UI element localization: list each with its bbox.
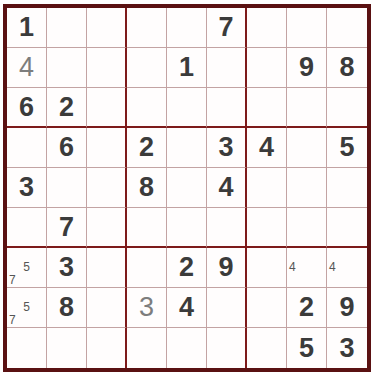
cell-r9c7[interactable] — [247, 328, 287, 368]
cell-r7c5[interactable]: 2 — [167, 248, 207, 288]
cell-r3c5[interactable] — [167, 88, 207, 128]
given-digit: 2 — [299, 294, 314, 321]
cell-r7c3[interactable] — [87, 248, 127, 288]
pencil-mark: 5 — [21, 261, 33, 273]
cell-r1c8[interactable] — [287, 8, 327, 48]
pencil-mark: 7 — [9, 274, 21, 286]
cell-r4c7[interactable]: 4 — [247, 128, 287, 168]
given-digit: 3 — [218, 134, 233, 161]
cell-r9c3[interactable] — [87, 328, 127, 368]
given-digit: 7 — [59, 214, 74, 241]
cell-r3c8[interactable] — [287, 88, 327, 128]
cell-r6c8[interactable] — [287, 208, 327, 248]
pencil-marks: 4 — [289, 249, 324, 286]
given-digit: 7 — [218, 14, 233, 41]
sudoku-board: 174198626234538475732944578342953 — [3, 4, 371, 372]
given-digit: 8 — [339, 54, 354, 81]
given-digit: 9 — [299, 54, 314, 81]
cell-r7c2[interactable]: 3 — [47, 248, 87, 288]
cell-r3c1[interactable]: 6 — [7, 88, 47, 128]
cell-r1c6[interactable]: 7 — [207, 8, 247, 48]
cell-r6c6[interactable] — [207, 208, 247, 248]
pencil-marks: 57 — [9, 249, 44, 286]
cell-r5c4[interactable]: 8 — [127, 168, 167, 208]
cell-r5c2[interactable] — [47, 168, 87, 208]
cell-r4c9[interactable]: 5 — [327, 128, 367, 168]
given-digit: 6 — [59, 134, 74, 161]
given-digit: 1 — [179, 54, 194, 81]
given-digit: 5 — [339, 134, 354, 161]
given-digit: 2 — [179, 254, 194, 281]
cell-r7c6[interactable]: 9 — [207, 248, 247, 288]
given-digit: 4 — [179, 294, 194, 321]
cell-r5c7[interactable] — [247, 168, 287, 208]
given-digit: 4 — [259, 134, 274, 161]
cell-r4c6[interactable]: 3 — [207, 128, 247, 168]
cell-r4c8[interactable] — [287, 128, 327, 168]
cell-r1c1[interactable]: 1 — [7, 8, 47, 48]
cell-r8c5[interactable]: 4 — [167, 288, 207, 328]
cell-r6c2[interactable]: 7 — [47, 208, 87, 248]
cell-r8c4[interactable]: 3 — [127, 288, 167, 328]
given-digit: 3 — [59, 254, 74, 281]
cell-r5c8[interactable] — [287, 168, 327, 208]
cell-r7c7[interactable] — [247, 248, 287, 288]
pencil-mark: 5 — [21, 301, 33, 313]
given-digit: 3 — [339, 335, 354, 362]
cell-r3c6[interactable] — [207, 88, 247, 128]
cell-r5c9[interactable] — [327, 168, 367, 208]
cell-r4c5[interactable] — [167, 128, 207, 168]
given-digit: 6 — [19, 94, 34, 121]
pencil-marks: 4 — [329, 249, 365, 286]
cell-r8c1[interactable]: 57 — [7, 288, 47, 328]
cell-r9c4[interactable] — [127, 328, 167, 368]
cell-r2c5[interactable]: 1 — [167, 48, 207, 88]
cell-r7c4[interactable] — [127, 248, 167, 288]
given-digit: 8 — [139, 174, 154, 201]
user-digit: 3 — [139, 294, 154, 321]
given-digit: 5 — [299, 335, 314, 362]
given-digit: 2 — [59, 94, 74, 121]
given-digit: 9 — [339, 294, 354, 321]
cell-r5c3[interactable] — [87, 168, 127, 208]
cell-r8c2[interactable]: 8 — [47, 288, 87, 328]
cell-r2c2[interactable] — [47, 48, 87, 88]
sudoku-app: 174198626234538475732944578342953 — [0, 0, 378, 376]
cell-r1c4[interactable] — [127, 8, 167, 48]
cell-r9c8[interactable]: 5 — [287, 328, 327, 368]
cell-r2c8[interactable]: 9 — [287, 48, 327, 88]
cell-r2c6[interactable] — [207, 48, 247, 88]
cell-r3c4[interactable] — [127, 88, 167, 128]
user-digit: 4 — [19, 54, 34, 81]
cell-r1c7[interactable] — [247, 8, 287, 48]
given-digit: 4 — [218, 174, 233, 201]
pencil-mark: 4 — [289, 261, 301, 273]
cell-r2c3[interactable] — [87, 48, 127, 88]
cell-r9c9[interactable]: 3 — [327, 328, 367, 368]
cell-r2c7[interactable] — [247, 48, 287, 88]
cell-r1c2[interactable] — [47, 8, 87, 48]
cell-r2c1[interactable]: 4 — [7, 48, 47, 88]
cell-r1c9[interactable] — [327, 8, 367, 48]
cell-r8c3[interactable] — [87, 288, 127, 328]
cell-r7c9[interactable]: 4 — [327, 248, 367, 288]
cell-r8c6[interactable] — [207, 288, 247, 328]
cell-r5c6[interactable]: 4 — [207, 168, 247, 208]
cell-r8c8[interactable]: 2 — [287, 288, 327, 328]
cell-r3c3[interactable] — [87, 88, 127, 128]
cell-r3c7[interactable] — [247, 88, 287, 128]
cell-r6c1[interactable] — [7, 208, 47, 248]
cell-r6c7[interactable] — [247, 208, 287, 248]
cell-r2c4[interactable] — [127, 48, 167, 88]
cell-r3c9[interactable] — [327, 88, 367, 128]
cell-r4c4[interactable]: 2 — [127, 128, 167, 168]
pencil-mark: 4 — [329, 261, 341, 273]
given-digit: 8 — [59, 294, 74, 321]
given-digit: 1 — [19, 14, 34, 41]
cell-r4c3[interactable] — [87, 128, 127, 168]
cell-r8c9[interactable]: 9 — [327, 288, 367, 328]
cell-r5c5[interactable] — [167, 168, 207, 208]
cell-r6c5[interactable] — [167, 208, 207, 248]
cell-r1c5[interactable] — [167, 8, 207, 48]
cell-r2c9[interactable]: 8 — [327, 48, 367, 88]
cell-r3c2[interactable]: 2 — [47, 88, 87, 128]
cell-r7c1[interactable]: 57 — [7, 248, 47, 288]
cell-r9c5[interactable] — [167, 328, 207, 368]
given-digit: 2 — [139, 134, 154, 161]
given-digit: 3 — [19, 174, 34, 201]
cell-r6c9[interactable] — [327, 208, 367, 248]
cell-r6c4[interactable] — [127, 208, 167, 248]
cell-r9c6[interactable] — [207, 328, 247, 368]
cell-r9c2[interactable] — [47, 328, 87, 368]
cell-r9c1[interactable] — [7, 328, 47, 368]
cell-r5c1[interactable]: 3 — [7, 168, 47, 208]
pencil-mark: 7 — [9, 314, 21, 326]
cell-r6c3[interactable] — [87, 208, 127, 248]
cell-r1c3[interactable] — [87, 8, 127, 48]
cell-r7c8[interactable]: 4 — [287, 248, 327, 288]
pencil-marks: 57 — [9, 289, 44, 326]
cell-r4c1[interactable] — [7, 128, 47, 168]
cell-r4c2[interactable]: 6 — [47, 128, 87, 168]
given-digit: 9 — [218, 254, 233, 281]
cell-r8c7[interactable] — [247, 288, 287, 328]
